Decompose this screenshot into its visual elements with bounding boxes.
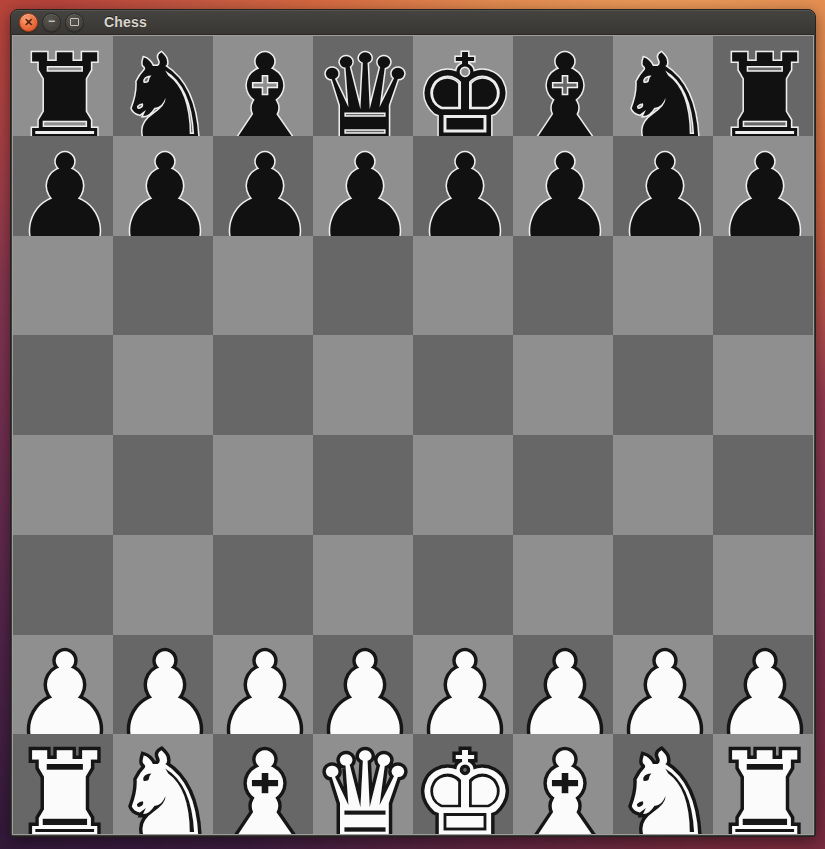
square-d7[interactable]: ♟♟ bbox=[313, 136, 413, 236]
piece-glyph: ♟ bbox=[413, 638, 513, 735]
square-e7[interactable]: ♟♟ bbox=[413, 136, 513, 236]
square-c5[interactable] bbox=[213, 335, 313, 435]
piece-white-knight[interactable]: ♞♞ bbox=[613, 734, 713, 834]
square-c4[interactable] bbox=[213, 435, 313, 535]
square-d6[interactable] bbox=[313, 236, 413, 336]
chess-window: ✕ − Chess ♜♜♞♞♝♝♛♛♚♚♝♝♞♞♜♜♟♟♟♟♟♟♟♟♟♟♟♟♟♟… bbox=[10, 9, 816, 837]
square-b2[interactable]: ♟♟ bbox=[113, 635, 213, 735]
square-f7[interactable]: ♟♟ bbox=[513, 136, 613, 236]
square-g1[interactable]: ♞♞ bbox=[613, 734, 713, 834]
piece-black-bishop[interactable]: ♝♝ bbox=[213, 36, 313, 136]
square-c8[interactable]: ♝♝ bbox=[213, 36, 313, 136]
piece-glyph: ♞ bbox=[613, 737, 713, 834]
piece-glyph: ♛ bbox=[313, 39, 413, 136]
piece-black-queen[interactable]: ♛♛ bbox=[313, 36, 413, 136]
square-c3[interactable] bbox=[213, 535, 313, 635]
piece-white-knight[interactable]: ♞♞ bbox=[113, 734, 213, 834]
piece-white-queen[interactable]: ♛♛ bbox=[313, 734, 413, 834]
piece-black-knight[interactable]: ♞♞ bbox=[113, 36, 213, 136]
piece-black-king[interactable]: ♚♚ bbox=[413, 36, 513, 136]
square-e3[interactable] bbox=[413, 535, 513, 635]
piece-white-rook[interactable]: ♜♜ bbox=[13, 734, 113, 834]
piece-black-pawn[interactable]: ♟♟ bbox=[413, 136, 513, 236]
piece-black-pawn[interactable]: ♟♟ bbox=[613, 136, 713, 236]
square-b3[interactable] bbox=[113, 535, 213, 635]
square-g2[interactable]: ♟♟ bbox=[613, 635, 713, 735]
piece-black-rook[interactable]: ♜♜ bbox=[13, 36, 113, 136]
piece-white-pawn[interactable]: ♟♟ bbox=[13, 635, 113, 735]
square-b5[interactable] bbox=[113, 335, 213, 435]
square-c7[interactable]: ♟♟ bbox=[213, 136, 313, 236]
square-h1[interactable]: ♜♜ bbox=[713, 734, 813, 834]
square-b7[interactable]: ♟♟ bbox=[113, 136, 213, 236]
piece-glyph: ♟ bbox=[613, 638, 713, 735]
square-a6[interactable] bbox=[13, 236, 113, 336]
square-h8[interactable]: ♜♜ bbox=[713, 36, 813, 136]
square-d8[interactable]: ♛♛ bbox=[313, 36, 413, 136]
board-frame: ♜♜♞♞♝♝♛♛♚♚♝♝♞♞♜♜♟♟♟♟♟♟♟♟♟♟♟♟♟♟♟♟♟♟♟♟♟♟♟♟… bbox=[12, 34, 814, 835]
piece-glyph: ♜ bbox=[13, 737, 113, 834]
square-e5[interactable] bbox=[413, 335, 513, 435]
piece-black-pawn[interactable]: ♟♟ bbox=[13, 136, 113, 236]
piece-glyph: ♟ bbox=[413, 139, 513, 236]
piece-glyph: ♟ bbox=[113, 638, 213, 735]
square-f1[interactable]: ♝♝ bbox=[513, 734, 613, 834]
square-e8[interactable]: ♚♚ bbox=[413, 36, 513, 136]
piece-white-bishop[interactable]: ♝♝ bbox=[513, 734, 613, 834]
square-h2[interactable]: ♟♟ bbox=[713, 635, 813, 735]
square-d2[interactable]: ♟♟ bbox=[313, 635, 413, 735]
square-a2[interactable]: ♟♟ bbox=[13, 635, 113, 735]
square-f6[interactable] bbox=[513, 236, 613, 336]
square-f5[interactable] bbox=[513, 335, 613, 435]
square-g3[interactable] bbox=[613, 535, 713, 635]
square-h5[interactable] bbox=[713, 335, 813, 435]
square-d1[interactable]: ♛♛ bbox=[313, 734, 413, 834]
piece-white-pawn[interactable]: ♟♟ bbox=[213, 635, 313, 735]
piece-black-pawn[interactable]: ♟♟ bbox=[513, 136, 613, 236]
square-g4[interactable] bbox=[613, 435, 713, 535]
piece-glyph: ♝ bbox=[213, 737, 313, 834]
piece-white-pawn[interactable]: ♟♟ bbox=[413, 635, 513, 735]
piece-glyph: ♝ bbox=[513, 39, 613, 136]
square-a1[interactable]: ♜♜ bbox=[13, 734, 113, 834]
piece-glyph: ♟ bbox=[113, 139, 213, 236]
square-d3[interactable] bbox=[313, 535, 413, 635]
square-c1[interactable]: ♝♝ bbox=[213, 734, 313, 834]
piece-black-pawn[interactable]: ♟♟ bbox=[313, 136, 413, 236]
piece-glyph: ♜ bbox=[13, 39, 113, 136]
square-h7[interactable]: ♟♟ bbox=[713, 136, 813, 236]
chess-board: ♜♜♞♞♝♝♛♛♚♚♝♝♞♞♜♜♟♟♟♟♟♟♟♟♟♟♟♟♟♟♟♟♟♟♟♟♟♟♟♟… bbox=[13, 36, 813, 834]
piece-black-pawn[interactable]: ♟♟ bbox=[213, 136, 313, 236]
maximize-icon bbox=[70, 18, 79, 26]
piece-glyph: ♞ bbox=[613, 39, 713, 136]
square-c6[interactable] bbox=[213, 236, 313, 336]
square-h3[interactable] bbox=[713, 535, 813, 635]
close-icon: ✕ bbox=[24, 17, 33, 28]
piece-black-knight[interactable]: ♞♞ bbox=[613, 36, 713, 136]
piece-white-pawn[interactable]: ♟♟ bbox=[613, 635, 713, 735]
square-b8[interactable]: ♞♞ bbox=[113, 36, 213, 136]
piece-white-pawn[interactable]: ♟♟ bbox=[713, 635, 813, 735]
piece-black-pawn[interactable]: ♟♟ bbox=[713, 136, 813, 236]
square-e6[interactable] bbox=[413, 236, 513, 336]
piece-glyph: ♚ bbox=[413, 39, 513, 136]
piece-glyph: ♞ bbox=[113, 39, 213, 136]
square-g7[interactable]: ♟♟ bbox=[613, 136, 713, 236]
piece-white-bishop[interactable]: ♝♝ bbox=[213, 734, 313, 834]
square-a5[interactable] bbox=[13, 335, 113, 435]
square-e1[interactable]: ♚♚ bbox=[413, 734, 513, 834]
square-f2[interactable]: ♟♟ bbox=[513, 635, 613, 735]
piece-glyph: ♞ bbox=[113, 737, 213, 834]
piece-glyph: ♟ bbox=[513, 139, 613, 236]
piece-white-pawn[interactable]: ♟♟ bbox=[313, 635, 413, 735]
piece-glyph: ♟ bbox=[213, 139, 313, 236]
piece-white-pawn[interactable]: ♟♟ bbox=[113, 635, 213, 735]
piece-glyph: ♜ bbox=[713, 737, 813, 834]
square-g8[interactable]: ♞♞ bbox=[613, 36, 713, 136]
piece-glyph: ♟ bbox=[13, 638, 113, 735]
piece-glyph: ♚ bbox=[413, 737, 513, 834]
piece-white-pawn[interactable]: ♟♟ bbox=[513, 635, 613, 735]
piece-glyph: ♟ bbox=[513, 638, 613, 735]
piece-glyph: ♟ bbox=[613, 139, 713, 236]
piece-glyph: ♟ bbox=[13, 139, 113, 236]
square-a4[interactable] bbox=[13, 435, 113, 535]
piece-glyph: ♟ bbox=[213, 638, 313, 735]
titlebar[interactable]: ✕ − Chess bbox=[11, 10, 815, 34]
minimize-icon: − bbox=[48, 15, 55, 27]
square-b1[interactable]: ♞♞ bbox=[113, 734, 213, 834]
piece-glyph: ♜ bbox=[713, 39, 813, 136]
square-a3[interactable] bbox=[13, 535, 113, 635]
square-g5[interactable] bbox=[613, 335, 713, 435]
piece-glyph: ♟ bbox=[713, 139, 813, 236]
square-b6[interactable] bbox=[113, 236, 213, 336]
piece-glyph: ♝ bbox=[513, 737, 613, 834]
square-e2[interactable]: ♟♟ bbox=[413, 635, 513, 735]
piece-glyph: ♟ bbox=[313, 139, 413, 236]
square-c2[interactable]: ♟♟ bbox=[213, 635, 313, 735]
square-a7[interactable]: ♟♟ bbox=[13, 136, 113, 236]
piece-white-king[interactable]: ♚♚ bbox=[413, 734, 513, 834]
piece-glyph: ♟ bbox=[713, 638, 813, 735]
square-f3[interactable] bbox=[513, 535, 613, 635]
square-f8[interactable]: ♝♝ bbox=[513, 36, 613, 136]
minimize-button[interactable]: − bbox=[42, 13, 61, 32]
piece-glyph: ♛ bbox=[313, 737, 413, 834]
desktop-background: ✕ − Chess ♜♜♞♞♝♝♛♛♚♚♝♝♞♞♜♜♟♟♟♟♟♟♟♟♟♟♟♟♟♟… bbox=[0, 0, 825, 849]
close-button[interactable]: ✕ bbox=[19, 13, 38, 32]
square-d4[interactable] bbox=[313, 435, 413, 535]
piece-glyph: ♝ bbox=[213, 39, 313, 136]
piece-black-rook[interactable]: ♜♜ bbox=[713, 36, 813, 136]
piece-black-pawn[interactable]: ♟♟ bbox=[113, 136, 213, 236]
square-h4[interactable] bbox=[713, 435, 813, 535]
square-g6[interactable] bbox=[613, 236, 713, 336]
square-a8[interactable]: ♜♜ bbox=[13, 36, 113, 136]
square-h6[interactable] bbox=[713, 236, 813, 336]
maximize-button[interactable] bbox=[65, 13, 84, 32]
piece-black-bishop[interactable]: ♝♝ bbox=[513, 36, 613, 136]
square-d5[interactable] bbox=[313, 335, 413, 435]
square-f4[interactable] bbox=[513, 435, 613, 535]
window-title: Chess bbox=[104, 14, 147, 30]
piece-white-rook[interactable]: ♜♜ bbox=[713, 734, 813, 834]
square-b4[interactable] bbox=[113, 435, 213, 535]
square-e4[interactable] bbox=[413, 435, 513, 535]
piece-glyph: ♟ bbox=[313, 638, 413, 735]
